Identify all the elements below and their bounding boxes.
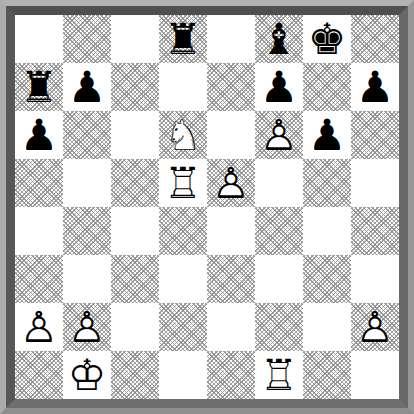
square-c3[interactable] [111,255,159,303]
square-d2[interactable] [159,303,207,351]
square-f4[interactable] [255,207,303,255]
piece-outline-layer: ♙ [255,111,303,159]
piece-glyph: ♜ [15,63,63,111]
black-pawn-h7[interactable]: ♟ [351,63,399,111]
square-b6[interactable] [63,111,111,159]
square-b8[interactable] [63,15,111,63]
square-c1[interactable] [111,351,159,399]
square-h4[interactable] [351,207,399,255]
square-h6[interactable] [351,111,399,159]
black-pawn-f7[interactable]: ♟ [255,63,303,111]
square-h3[interactable] [351,255,399,303]
square-d5[interactable]: ♜♖ [159,159,207,207]
white-rook-d5[interactable]: ♜♖ [159,159,207,207]
square-g4[interactable] [303,207,351,255]
black-pawn-b7[interactable]: ♟ [63,63,111,111]
square-h1[interactable] [351,351,399,399]
piece-outline-layer: ♖ [159,159,207,207]
square-d1[interactable] [159,351,207,399]
piece-glyph: ♝ [255,15,303,63]
square-e7[interactable] [207,63,255,111]
square-b2[interactable]: ♟♙ [63,303,111,351]
square-b5[interactable] [63,159,111,207]
square-h2[interactable]: ♟♙ [351,303,399,351]
square-a3[interactable] [15,255,63,303]
piece-outline-layer: ♙ [207,159,255,207]
square-e4[interactable] [207,207,255,255]
square-c6[interactable] [111,111,159,159]
black-bishop-f8[interactable]: ♝ [255,15,303,63]
square-b3[interactable] [63,255,111,303]
square-d3[interactable] [159,255,207,303]
square-d4[interactable] [159,207,207,255]
piece-glyph: ♟ [255,63,303,111]
square-a5[interactable] [15,159,63,207]
square-f6[interactable]: ♟♙ [255,111,303,159]
piece-glyph: ♟ [351,63,399,111]
square-g5[interactable] [303,159,351,207]
white-pawn-h2[interactable]: ♟♙ [351,303,399,351]
square-f7[interactable]: ♟ [255,63,303,111]
white-pawn-a2[interactable]: ♟♙ [15,303,63,351]
square-b7[interactable]: ♟ [63,63,111,111]
square-c5[interactable] [111,159,159,207]
piece-glyph: ♟ [303,111,351,159]
white-pawn-f6[interactable]: ♟♙ [255,111,303,159]
square-f5[interactable] [255,159,303,207]
square-e1[interactable] [207,351,255,399]
square-g2[interactable] [303,303,351,351]
square-h7[interactable]: ♟ [351,63,399,111]
piece-glyph: ♜ [159,15,207,63]
square-e5[interactable]: ♟♙ [207,159,255,207]
piece-glyph: ♚ [303,15,351,63]
square-g7[interactable] [303,63,351,111]
chess-board-frame: ♜♝♚♜♟♟♟♟♞♘♟♙♟♜♖♟♙♟♙♟♙♟♙♚♔♜♖ [0,0,414,414]
piece-outline-layer: ♔ [63,351,111,399]
square-a4[interactable] [15,207,63,255]
square-g6[interactable]: ♟ [303,111,351,159]
square-f8[interactable]: ♝ [255,15,303,63]
square-a2[interactable]: ♟♙ [15,303,63,351]
piece-outline-layer: ♖ [255,351,303,399]
square-e6[interactable] [207,111,255,159]
square-g1[interactable] [303,351,351,399]
square-f3[interactable] [255,255,303,303]
square-c2[interactable] [111,303,159,351]
white-king-b1[interactable]: ♚♔ [63,351,111,399]
square-e2[interactable] [207,303,255,351]
square-d8[interactable]: ♜ [159,15,207,63]
white-knight-d6[interactable]: ♞♘ [159,111,207,159]
black-king-g8[interactable]: ♚ [303,15,351,63]
square-b1[interactable]: ♚♔ [63,351,111,399]
white-pawn-b2[interactable]: ♟♙ [63,303,111,351]
square-f1[interactable]: ♜♖ [255,351,303,399]
square-h5[interactable] [351,159,399,207]
piece-glyph: ♟ [15,111,63,159]
piece-glyph: ♟ [63,63,111,111]
black-pawn-g6[interactable]: ♟ [303,111,351,159]
square-a1[interactable] [15,351,63,399]
square-h8[interactable] [351,15,399,63]
square-d7[interactable] [159,63,207,111]
square-g3[interactable] [303,255,351,303]
square-c8[interactable] [111,15,159,63]
black-rook-a7[interactable]: ♜ [15,63,63,111]
piece-outline-layer: ♙ [63,303,111,351]
square-e3[interactable] [207,255,255,303]
white-pawn-e5[interactable]: ♟♙ [207,159,255,207]
piece-outline-layer: ♙ [351,303,399,351]
white-rook-f1[interactable]: ♜♖ [255,351,303,399]
black-pawn-a6[interactable]: ♟ [15,111,63,159]
piece-outline-layer: ♘ [159,111,207,159]
square-g8[interactable]: ♚ [303,15,351,63]
square-e8[interactable] [207,15,255,63]
square-c7[interactable] [111,63,159,111]
square-b4[interactable] [63,207,111,255]
black-rook-d8[interactable]: ♜ [159,15,207,63]
square-a7[interactable]: ♜ [15,63,63,111]
square-a8[interactable] [15,15,63,63]
square-f2[interactable] [255,303,303,351]
chess-board: ♜♝♚♜♟♟♟♟♞♘♟♙♟♜♖♟♙♟♙♟♙♟♙♚♔♜♖ [15,15,399,399]
square-c4[interactable] [111,207,159,255]
chess-board-bevel: ♜♝♚♜♟♟♟♟♞♘♟♙♟♜♖♟♙♟♙♟♙♟♙♚♔♜♖ [6,6,408,408]
square-d6[interactable]: ♞♘ [159,111,207,159]
piece-outline-layer: ♙ [15,303,63,351]
square-a6[interactable]: ♟ [15,111,63,159]
